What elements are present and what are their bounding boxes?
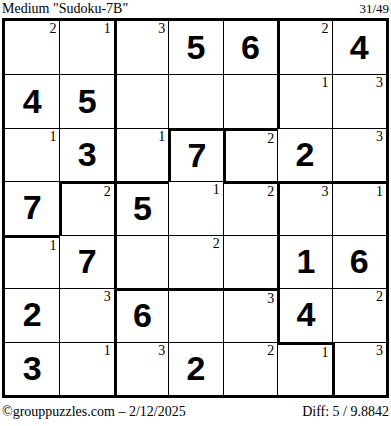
cell-value: 4 — [23, 84, 42, 118]
cell-r6c2[interactable]: 3 — [59, 288, 113, 341]
cell-value: 3 — [23, 351, 42, 385]
cell-corner-mark: 3 — [158, 21, 165, 37]
puzzle-title: Medium "Sudoku-7B" — [2, 1, 128, 16]
cell-r6c7[interactable]: 2 — [332, 288, 386, 341]
cell-r3c5[interactable]: 2 — [223, 128, 277, 181]
cell-corner-mark: 1 — [104, 343, 111, 359]
footer: ©grouppuzzles.com – 2/12/2025 Diff: 5 / … — [0, 398, 391, 420]
cell-r7c7[interactable]: 3 — [332, 342, 386, 395]
cell-corner-mark: 1 — [213, 182, 220, 198]
cell-corner-mark: 2 — [267, 184, 274, 200]
cell-value: 7 — [23, 190, 42, 224]
cell-corner-mark: 2 — [49, 21, 56, 37]
cell-corner-mark: 1 — [322, 75, 329, 91]
cell-value: 2 — [295, 137, 314, 171]
cell-r2c2[interactable]: 5 — [59, 74, 113, 127]
cell-value: 6 — [350, 244, 369, 278]
cell-corner-mark: 3 — [104, 289, 111, 305]
cell-r6c4[interactable] — [168, 288, 222, 341]
cell-r5c5[interactable] — [223, 235, 277, 288]
cell-r5c1[interactable]: 1 — [5, 235, 59, 288]
cell-r3c2[interactable]: 3 — [59, 128, 113, 181]
cell-r1c6[interactable]: 2 — [277, 21, 331, 74]
cell-r2c4[interactable] — [168, 74, 222, 127]
cell-corner-mark: 1 — [49, 238, 56, 254]
cell-value: 4 — [296, 297, 315, 331]
cell-value: 5 — [133, 191, 152, 225]
puzzle-page: Medium "Sudoku-7B" 31/49 213562445131317… — [0, 0, 391, 426]
cell-r5c4[interactable]: 2 — [168, 235, 222, 288]
cell-r7c6[interactable]: 1 — [277, 342, 331, 395]
cell-r3c7[interactable]: 3 — [332, 128, 386, 181]
cell-r1c4[interactable]: 5 — [168, 21, 222, 74]
cell-value: 2 — [187, 351, 206, 385]
cell-r4c2[interactable]: 2 — [59, 181, 113, 234]
cell-r5c7[interactable]: 6 — [332, 235, 386, 288]
header: Medium "Sudoku-7B" 31/49 — [0, 0, 391, 18]
cell-r6c6[interactable]: 4 — [277, 288, 331, 341]
cell-r7c3[interactable]: 3 — [114, 342, 168, 395]
cell-corner-mark: 1 — [376, 184, 383, 200]
cell-r7c1[interactable]: 3 — [5, 342, 59, 395]
cell-corner-mark: 2 — [267, 131, 274, 147]
cell-r1c1[interactable]: 2 — [5, 21, 59, 74]
cell-r4c7[interactable]: 1 — [332, 181, 386, 234]
cell-r4c4[interactable]: 1 — [168, 181, 222, 234]
cell-r6c1[interactable]: 2 — [5, 288, 59, 341]
cell-corner-mark: 3 — [376, 343, 383, 359]
cell-r7c4[interactable]: 2 — [168, 342, 222, 395]
cell-corner-mark: 3 — [376, 129, 383, 145]
cell-r6c5[interactable]: 3 — [223, 288, 277, 341]
cell-r7c5[interactable]: 2 — [223, 342, 277, 395]
cell-corner-mark: 2 — [104, 184, 111, 200]
cell-r5c6[interactable]: 1 — [277, 235, 331, 288]
cell-value: 1 — [296, 244, 315, 278]
cells-remaining-counter: 31/49 — [359, 1, 389, 16]
cell-corner-mark: 2 — [213, 236, 220, 252]
cell-value: 6 — [241, 30, 260, 64]
cell-value: 2 — [23, 297, 42, 331]
cell-value: 5 — [187, 30, 206, 64]
cell-r2c3[interactable] — [114, 74, 168, 127]
cell-corner-mark: 3 — [158, 343, 165, 359]
cell-r3c4[interactable]: 7 — [168, 128, 222, 181]
cell-r5c2[interactable]: 7 — [59, 235, 113, 288]
cell-value: 7 — [78, 244, 97, 278]
cell-r7c2[interactable]: 1 — [59, 342, 113, 395]
difficulty: Diff: 5 / 9.8842 — [302, 404, 389, 420]
cell-r1c5[interactable]: 6 — [223, 21, 277, 74]
cell-r3c6[interactable]: 2 — [277, 128, 331, 181]
cell-corner-mark: 1 — [158, 129, 165, 145]
cell-r2c1[interactable]: 4 — [5, 74, 59, 127]
cell-r4c5[interactable]: 2 — [223, 181, 277, 234]
cell-r2c5[interactable] — [223, 74, 277, 127]
cell-value: 6 — [133, 298, 152, 332]
cell-r3c3[interactable]: 1 — [114, 128, 168, 181]
cell-corner-mark: 1 — [104, 21, 111, 37]
copyright-date: ©grouppuzzles.com – 2/12/2025 — [2, 404, 186, 420]
cell-corner-mark: 1 — [49, 129, 56, 145]
cell-value: 4 — [350, 30, 369, 64]
cell-corner-mark: 2 — [322, 21, 329, 37]
cell-corner-mark: 3 — [322, 184, 329, 200]
cell-r6c3[interactable]: 6 — [114, 288, 168, 341]
cell-value: 7 — [188, 138, 207, 172]
cell-r2c6[interactable]: 1 — [277, 74, 331, 127]
cell-corner-mark: 2 — [376, 289, 383, 305]
cell-r1c3[interactable]: 3 — [114, 21, 168, 74]
cell-r4c3[interactable]: 5 — [114, 181, 168, 234]
cell-corner-mark: 1 — [322, 345, 329, 361]
cell-r1c7[interactable]: 4 — [332, 21, 386, 74]
cell-r1c2[interactable]: 1 — [59, 21, 113, 74]
board: 2135624451313172237251231172162363423132… — [2, 18, 389, 398]
cell-r2c7[interactable]: 3 — [332, 74, 386, 127]
cell-value: 5 — [78, 84, 97, 118]
cell-corner-mark: 3 — [267, 291, 274, 307]
cell-value: 3 — [78, 137, 97, 171]
cell-r5c3[interactable] — [114, 235, 168, 288]
cell-r4c1[interactable]: 7 — [5, 181, 59, 234]
cell-r3c1[interactable]: 1 — [5, 128, 59, 181]
cell-corner-mark: 3 — [376, 75, 383, 91]
cell-r4c6[interactable]: 3 — [277, 181, 331, 234]
cell-corner-mark: 2 — [267, 343, 274, 359]
